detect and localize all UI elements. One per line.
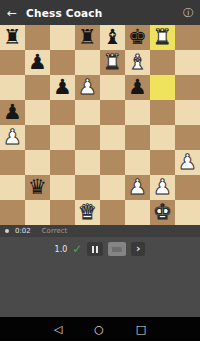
black-pawn: ♟ — [28, 50, 47, 75]
white-bishop: ♝ — [128, 50, 147, 75]
result-label: Correct — [42, 228, 68, 235]
square-h4[interactable] — [175, 125, 200, 150]
chess-board[interactable]: ♜♜♝♚♜♟♜♝♟♟♟♟♟♟♛♟♟♛♚ — [0, 25, 200, 225]
square-b4[interactable] — [25, 125, 50, 150]
app-bar: ← Chess Coach ⓘ — [0, 0, 200, 25]
square-e6[interactable] — [100, 75, 125, 100]
white-pawn: ♟ — [3, 125, 22, 150]
white-pawn: ♟ — [128, 175, 147, 200]
pause-icon — [92, 246, 94, 253]
square-d6[interactable]: ♟ — [75, 75, 100, 100]
square-f6[interactable]: ♟ — [125, 75, 150, 100]
bottom-filler — [0, 261, 200, 317]
black-bishop: ♝ — [103, 25, 122, 50]
white-pawn: ♟ — [78, 75, 97, 100]
info-icon[interactable]: ⓘ — [183, 8, 193, 18]
square-f1[interactable] — [125, 200, 150, 225]
square-f2[interactable]: ♟ — [125, 175, 150, 200]
square-e2[interactable] — [100, 175, 125, 200]
white-pawn: ♟ — [153, 175, 172, 200]
square-a7[interactable] — [0, 50, 25, 75]
square-d8[interactable]: ♜ — [75, 25, 100, 50]
timer: 0:02 — [15, 228, 31, 235]
speed-label: 1.0 — [55, 245, 68, 254]
square-h3[interactable]: ♟ — [175, 150, 200, 175]
android-nav-bar: ◁ ○ □ — [0, 317, 200, 341]
next-button[interactable]: › — [131, 242, 145, 256]
nav-home-icon[interactable]: ○ — [94, 324, 104, 335]
square-c3[interactable] — [50, 150, 75, 175]
black-rook: ♜ — [3, 25, 22, 50]
nav-recents-icon[interactable]: □ — [136, 324, 146, 335]
square-c8[interactable] — [50, 25, 75, 50]
square-a4[interactable]: ♟ — [0, 125, 25, 150]
square-h7[interactable] — [175, 50, 200, 75]
square-h8[interactable] — [175, 25, 200, 50]
square-a8[interactable]: ♜ — [0, 25, 25, 50]
square-b8[interactable] — [25, 25, 50, 50]
square-a5[interactable]: ♟ — [0, 100, 25, 125]
black-king: ♚ — [128, 25, 147, 50]
square-a2[interactable] — [0, 175, 25, 200]
square-e1[interactable] — [100, 200, 125, 225]
chess-coach-app: ← Chess Coach ⓘ ♜♜♝♚♜♟♜♝♟♟♟♟♟♟♛♟♟♛♚ 0:02… — [0, 0, 200, 341]
square-d2[interactable] — [75, 175, 100, 200]
square-d3[interactable] — [75, 150, 100, 175]
square-c6[interactable]: ♟ — [50, 75, 75, 100]
square-b3[interactable] — [25, 150, 50, 175]
white-pawn: ♟ — [178, 150, 197, 175]
square-g7[interactable] — [150, 50, 175, 75]
square-c1[interactable] — [50, 200, 75, 225]
square-d4[interactable] — [75, 125, 100, 150]
square-f8[interactable]: ♚ — [125, 25, 150, 50]
next-icon: › — [136, 243, 141, 254]
square-e4[interactable] — [100, 125, 125, 150]
square-a6[interactable] — [0, 75, 25, 100]
white-king: ♚ — [153, 200, 172, 225]
black-pawn: ♟ — [3, 100, 22, 125]
turn-dot-icon — [5, 229, 9, 233]
square-d5[interactable] — [75, 100, 100, 125]
square-f3[interactable] — [125, 150, 150, 175]
square-h2[interactable] — [175, 175, 200, 200]
square-b7[interactable]: ♟ — [25, 50, 50, 75]
square-c5[interactable] — [50, 100, 75, 125]
correct-check-icon: ✓ — [72, 243, 82, 255]
square-f5[interactable] — [125, 100, 150, 125]
square-b6[interactable] — [25, 75, 50, 100]
black-pawn: ♟ — [128, 75, 147, 100]
square-c2[interactable] — [50, 175, 75, 200]
square-g8[interactable]: ♜ — [150, 25, 175, 50]
square-h1[interactable] — [175, 200, 200, 225]
black-pawn: ♟ — [53, 75, 72, 100]
app-title: Chess Coach — [26, 7, 183, 19]
square-b5[interactable] — [25, 100, 50, 125]
white-rook: ♜ — [153, 25, 172, 50]
square-g6[interactable] — [150, 75, 175, 100]
playback-controls: 1.0 ✓ › — [0, 237, 200, 261]
square-e7[interactable]: ♜ — [100, 50, 125, 75]
status-bar: 0:02 Correct — [0, 225, 200, 237]
square-f7[interactable]: ♝ — [125, 50, 150, 75]
square-g4[interactable] — [150, 125, 175, 150]
square-e5[interactable] — [100, 100, 125, 125]
white-rook: ♜ — [103, 50, 122, 75]
square-h5[interactable] — [175, 100, 200, 125]
square-b2[interactable]: ♛ — [25, 175, 50, 200]
disabled-button — [108, 242, 126, 256]
square-f4[interactable] — [125, 125, 150, 150]
square-g5[interactable] — [150, 100, 175, 125]
square-g1[interactable]: ♚ — [150, 200, 175, 225]
black-queen: ♛ — [28, 175, 47, 200]
square-c4[interactable] — [50, 125, 75, 150]
disabled-icon — [112, 247, 122, 252]
square-a3[interactable] — [0, 150, 25, 175]
white-queen: ♛ — [78, 200, 97, 225]
square-d7[interactable] — [75, 50, 100, 75]
black-rook: ♜ — [78, 25, 97, 50]
square-g3[interactable] — [150, 150, 175, 175]
square-c7[interactable] — [50, 50, 75, 75]
square-h6[interactable] — [175, 75, 200, 100]
square-e3[interactable] — [100, 150, 125, 175]
square-a1[interactable] — [0, 200, 25, 225]
square-d1[interactable]: ♛ — [75, 200, 100, 225]
square-e8[interactable]: ♝ — [100, 25, 125, 50]
square-g2[interactable]: ♟ — [150, 175, 175, 200]
square-b1[interactable] — [25, 200, 50, 225]
nav-back-icon[interactable]: ◁ — [54, 324, 62, 335]
pause-button[interactable] — [87, 242, 103, 256]
back-arrow-icon[interactable]: ← — [7, 7, 17, 19]
